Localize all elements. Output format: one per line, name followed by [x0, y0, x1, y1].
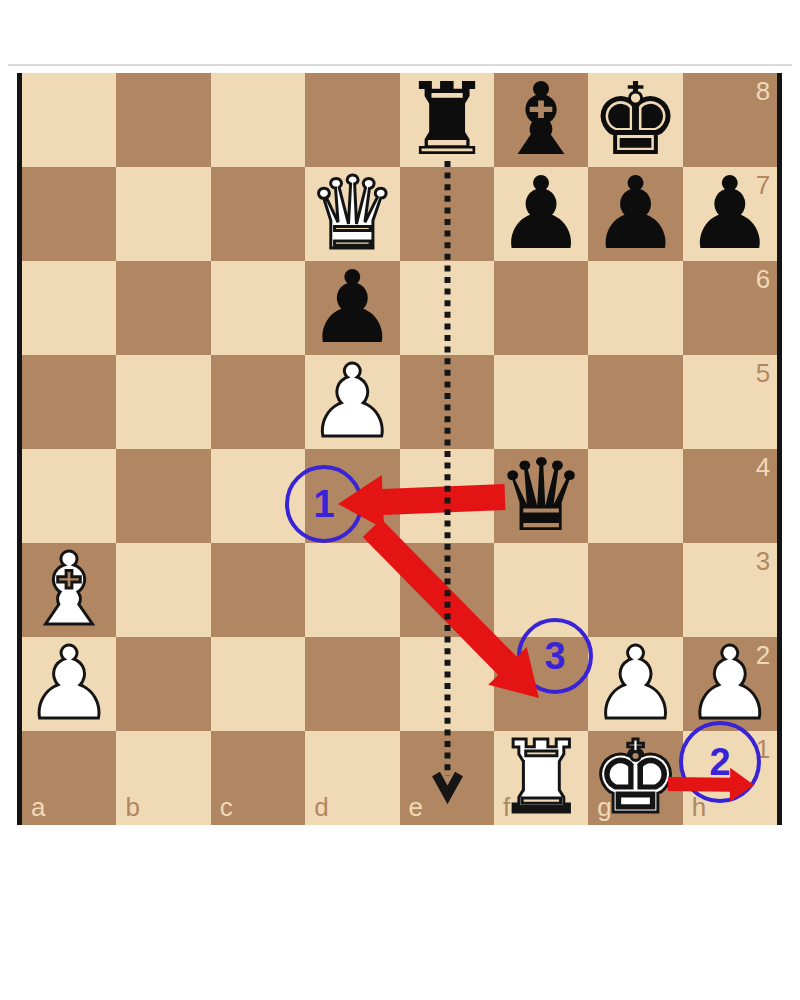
square-b6[interactable]: [116, 261, 210, 355]
square-a8[interactable]: [22, 73, 116, 167]
move-circle-2-label: 2: [709, 741, 730, 784]
square-d5[interactable]: ♟: [305, 355, 399, 449]
rank-label-6: 6: [756, 266, 770, 292]
square-c2[interactable]: [211, 637, 305, 731]
black-pawn-f7[interactable]: ♟: [494, 167, 588, 261]
square-e2[interactable]: [400, 637, 494, 731]
square-b1[interactable]: b: [116, 731, 210, 825]
move-circle-3-label: 3: [544, 635, 565, 678]
square-e3[interactable]: [400, 543, 494, 637]
square-d6[interactable]: ♟: [305, 261, 399, 355]
square-b3[interactable]: [116, 543, 210, 637]
square-c5[interactable]: [211, 355, 305, 449]
square-e7[interactable]: [400, 167, 494, 261]
square-d7[interactable]: ♛: [305, 167, 399, 261]
square-f1[interactable]: ♜f: [494, 731, 588, 825]
board-grid: ♜♝♚8♛♟♟♟7♟6♟5♛4♝3♟♟♟2abcde♜f♚gh1: [22, 73, 777, 825]
square-e5[interactable]: [400, 355, 494, 449]
square-h6[interactable]: 6: [683, 261, 777, 355]
square-a7[interactable]: [22, 167, 116, 261]
square-e8[interactable]: ♜: [400, 73, 494, 167]
page: ♜♝♚8♛♟♟♟7♟6♟5♛4♝3♟♟♟2abcde♜f♚gh1 1 2 3: [0, 0, 800, 1000]
rank-label-7: 7: [756, 172, 770, 198]
black-queen-f4[interactable]: ♛: [494, 449, 588, 543]
file-label-c: c: [220, 794, 233, 820]
square-c1[interactable]: c: [211, 731, 305, 825]
square-f4[interactable]: ♛: [494, 449, 588, 543]
square-h5[interactable]: 5: [683, 355, 777, 449]
white-pawn-a2[interactable]: ♟: [22, 637, 116, 731]
square-b8[interactable]: [116, 73, 210, 167]
square-c3[interactable]: [211, 543, 305, 637]
square-h3[interactable]: 3: [683, 543, 777, 637]
square-g1[interactable]: ♚g: [588, 731, 682, 825]
rank-label-2: 2: [756, 642, 770, 668]
square-g8[interactable]: ♚: [588, 73, 682, 167]
file-label-d: d: [314, 794, 328, 820]
square-h8[interactable]: 8: [683, 73, 777, 167]
square-a1[interactable]: a: [22, 731, 116, 825]
black-bishop-f8[interactable]: ♝: [494, 73, 588, 167]
square-b4[interactable]: [116, 449, 210, 543]
square-g3[interactable]: [588, 543, 682, 637]
file-label-b: b: [125, 794, 139, 820]
square-f7[interactable]: ♟: [494, 167, 588, 261]
square-f6[interactable]: [494, 261, 588, 355]
white-queen-d7[interactable]: ♛: [305, 167, 399, 261]
square-g7[interactable]: ♟: [588, 167, 682, 261]
square-a2[interactable]: ♟: [22, 637, 116, 731]
square-h2[interactable]: ♟2: [683, 637, 777, 731]
black-rook-e8[interactable]: ♜: [400, 73, 494, 167]
rank-label-5: 5: [756, 360, 770, 386]
file-label-g: g: [597, 794, 611, 820]
square-d1[interactable]: d: [305, 731, 399, 825]
square-c8[interactable]: [211, 73, 305, 167]
move-circle-1-label: 1: [313, 483, 334, 526]
square-c6[interactable]: [211, 261, 305, 355]
square-b7[interactable]: [116, 167, 210, 261]
square-g6[interactable]: [588, 261, 682, 355]
white-pawn-d5[interactable]: ♟: [305, 355, 399, 449]
square-g5[interactable]: [588, 355, 682, 449]
square-a4[interactable]: [22, 449, 116, 543]
square-g2[interactable]: ♟: [588, 637, 682, 731]
square-g4[interactable]: [588, 449, 682, 543]
square-f5[interactable]: [494, 355, 588, 449]
file-label-f: f: [503, 794, 510, 820]
square-d2[interactable]: [305, 637, 399, 731]
square-e4[interactable]: [400, 449, 494, 543]
square-a5[interactable]: [22, 355, 116, 449]
chess-board: ♜♝♚8♛♟♟♟7♟6♟5♛4♝3♟♟♟2abcde♜f♚gh1: [17, 73, 782, 825]
move-circle-1: 1: [285, 465, 363, 543]
rank-label-3: 3: [756, 548, 770, 574]
square-h7[interactable]: ♟7: [683, 167, 777, 261]
black-pawn-g7[interactable]: ♟: [588, 167, 682, 261]
square-d3[interactable]: [305, 543, 399, 637]
black-pawn-d6[interactable]: ♟: [305, 261, 399, 355]
square-e6[interactable]: [400, 261, 494, 355]
move-circle-2: 2: [679, 721, 761, 803]
square-d8[interactable]: [305, 73, 399, 167]
rank-label-4: 4: [756, 454, 770, 480]
file-label-e: e: [409, 794, 423, 820]
file-label-a: a: [31, 794, 45, 820]
white-pawn-g2[interactable]: ♟: [588, 637, 682, 731]
square-a3[interactable]: ♝: [22, 543, 116, 637]
square-e1[interactable]: e: [400, 731, 494, 825]
black-king-g8[interactable]: ♚: [588, 73, 682, 167]
square-a6[interactable]: [22, 261, 116, 355]
square-b2[interactable]: [116, 637, 210, 731]
square-f8[interactable]: ♝: [494, 73, 588, 167]
rank-label-8: 8: [756, 78, 770, 104]
square-c7[interactable]: [211, 167, 305, 261]
square-h4[interactable]: 4: [683, 449, 777, 543]
square-b5[interactable]: [116, 355, 210, 449]
white-bishop-a3[interactable]: ♝: [22, 543, 116, 637]
move-circle-3: 3: [517, 618, 593, 694]
